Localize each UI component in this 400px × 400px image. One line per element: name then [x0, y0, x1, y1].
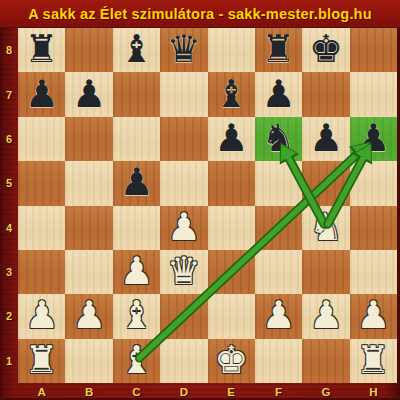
square-f7[interactable]: ♟ [255, 72, 302, 116]
square-f1[interactable] [255, 339, 302, 383]
piece-black-rook-a8[interactable]: ♜ [25, 30, 59, 68]
piece-black-knight-f6[interactable]: ♞ [262, 119, 296, 157]
piece-black-pawn-c5[interactable]: ♟ [119, 163, 153, 201]
title-bar: A sakk az Élet szimulátora - sakk-mester… [0, 0, 400, 28]
square-c6[interactable] [113, 117, 160, 161]
chess-board: ♜♝♛♜♚♟♟♝♟♟♞♟♟♟♟♞♟♛♟♟♝♟♟♟♜♝♚♜ [18, 28, 398, 383]
square-d4[interactable]: ♟ [160, 206, 207, 250]
square-e4[interactable] [208, 206, 255, 250]
square-h3[interactable] [350, 250, 397, 294]
rank-label-3: 3 [0, 250, 18, 294]
rank-label-5: 5 [0, 161, 18, 205]
square-h1[interactable]: ♜ [350, 339, 397, 383]
square-c7[interactable] [113, 72, 160, 116]
square-a3[interactable] [18, 250, 65, 294]
square-g3[interactable] [302, 250, 349, 294]
square-c3[interactable]: ♟ [113, 250, 160, 294]
file-label-e: E [208, 383, 255, 400]
square-c1[interactable]: ♝ [113, 339, 160, 383]
square-e5[interactable] [208, 161, 255, 205]
piece-white-bishop-c1[interactable]: ♝ [119, 341, 153, 379]
piece-black-bishop-c8[interactable]: ♝ [119, 30, 153, 68]
square-g5[interactable] [302, 161, 349, 205]
square-b4[interactable] [65, 206, 112, 250]
square-c4[interactable] [113, 206, 160, 250]
square-e6[interactable]: ♟ [208, 117, 255, 161]
rank-labels: 87654321 [0, 28, 18, 383]
file-label-c: C [113, 383, 160, 400]
square-f8[interactable]: ♜ [255, 28, 302, 72]
square-h7[interactable] [350, 72, 397, 116]
piece-black-pawn-b7[interactable]: ♟ [72, 75, 106, 113]
square-d1[interactable] [160, 339, 207, 383]
piece-white-pawn-a2[interactable]: ♟ [25, 296, 59, 334]
square-d5[interactable] [160, 161, 207, 205]
file-label-h: H [350, 383, 397, 400]
square-f6[interactable]: ♞ [255, 117, 302, 161]
square-a1[interactable]: ♜ [18, 339, 65, 383]
file-label-g: G [302, 383, 349, 400]
piece-black-rook-f8[interactable]: ♜ [262, 30, 296, 68]
piece-white-bishop-c2[interactable]: ♝ [119, 296, 153, 334]
square-h8[interactable] [350, 28, 397, 72]
square-c2[interactable]: ♝ [113, 294, 160, 338]
square-e2[interactable] [208, 294, 255, 338]
rank-label-4: 4 [0, 206, 18, 250]
square-g8[interactable]: ♚ [302, 28, 349, 72]
square-h4[interactable] [350, 206, 397, 250]
square-g1[interactable] [302, 339, 349, 383]
square-a8[interactable]: ♜ [18, 28, 65, 72]
piece-white-pawn-c3[interactable]: ♟ [119, 252, 153, 290]
rank-label-6: 6 [0, 117, 18, 161]
square-b3[interactable] [65, 250, 112, 294]
square-f5[interactable] [255, 161, 302, 205]
chess-diagram: A sakk az Élet szimulátora - sakk-mester… [0, 0, 400, 400]
square-f4[interactable] [255, 206, 302, 250]
square-b1[interactable] [65, 339, 112, 383]
square-h6[interactable]: ♟ [350, 117, 397, 161]
rank-label-8: 8 [0, 28, 18, 72]
piece-white-rook-h1[interactable]: ♜ [356, 341, 390, 379]
square-d8[interactable]: ♛ [160, 28, 207, 72]
square-h5[interactable] [350, 161, 397, 205]
square-e1[interactable]: ♚ [208, 339, 255, 383]
rank-label-2: 2 [0, 294, 18, 338]
square-h2[interactable]: ♟ [350, 294, 397, 338]
piece-white-pawn-f2[interactable]: ♟ [262, 296, 296, 334]
square-a2[interactable]: ♟ [18, 294, 65, 338]
square-d7[interactable] [160, 72, 207, 116]
square-b6[interactable] [65, 117, 112, 161]
square-f3[interactable] [255, 250, 302, 294]
piece-white-pawn-b2[interactable]: ♟ [72, 296, 106, 334]
piece-white-queen-d3[interactable]: ♛ [167, 252, 201, 290]
piece-black-pawn-a7[interactable]: ♟ [25, 75, 59, 113]
piece-white-pawn-h2[interactable]: ♟ [356, 296, 390, 334]
rank-label-7: 7 [0, 72, 18, 116]
square-c5[interactable]: ♟ [113, 161, 160, 205]
page-title: A sakk az Élet szimulátora - sakk-mester… [28, 6, 372, 22]
piece-black-pawn-f7[interactable]: ♟ [262, 75, 296, 113]
square-b2[interactable]: ♟ [65, 294, 112, 338]
file-label-a: A [18, 383, 65, 400]
file-label-d: D [160, 383, 207, 400]
square-e3[interactable] [208, 250, 255, 294]
square-d2[interactable] [160, 294, 207, 338]
rank-label-1: 1 [0, 339, 18, 383]
piece-white-rook-a1[interactable]: ♜ [25, 341, 59, 379]
square-d6[interactable] [160, 117, 207, 161]
piece-black-pawn-e6[interactable]: ♟ [214, 119, 248, 157]
square-e7[interactable]: ♝ [208, 72, 255, 116]
square-f2[interactable]: ♟ [255, 294, 302, 338]
piece-black-bishop-e7[interactable]: ♝ [214, 75, 248, 113]
file-label-f: F [255, 383, 302, 400]
square-g7[interactable] [302, 72, 349, 116]
square-g4[interactable]: ♞ [302, 206, 349, 250]
square-e8[interactable] [208, 28, 255, 72]
piece-white-pawn-g2[interactable]: ♟ [309, 296, 343, 334]
square-c8[interactable]: ♝ [113, 28, 160, 72]
piece-black-king-g8[interactable]: ♚ [309, 30, 343, 68]
square-b8[interactable] [65, 28, 112, 72]
square-g2[interactable]: ♟ [302, 294, 349, 338]
square-a6[interactable] [18, 117, 65, 161]
piece-black-queen-d8[interactable]: ♛ [167, 30, 201, 68]
piece-white-knight-g4[interactable]: ♞ [309, 208, 343, 246]
square-d3[interactable]: ♛ [160, 250, 207, 294]
piece-white-pawn-d4[interactable]: ♟ [167, 208, 201, 246]
square-b5[interactable] [65, 161, 112, 205]
file-label-b: B [65, 383, 112, 400]
piece-black-pawn-g6[interactable]: ♟ [309, 119, 343, 157]
square-b7[interactable]: ♟ [65, 72, 112, 116]
square-g6[interactable]: ♟ [302, 117, 349, 161]
square-a5[interactable] [18, 161, 65, 205]
piece-white-king-e1[interactable]: ♚ [214, 341, 248, 379]
piece-black-pawn-h6[interactable]: ♟ [356, 119, 390, 157]
file-labels: ABCDEFGH [18, 383, 397, 400]
square-a7[interactable]: ♟ [18, 72, 65, 116]
square-a4[interactable] [18, 206, 65, 250]
